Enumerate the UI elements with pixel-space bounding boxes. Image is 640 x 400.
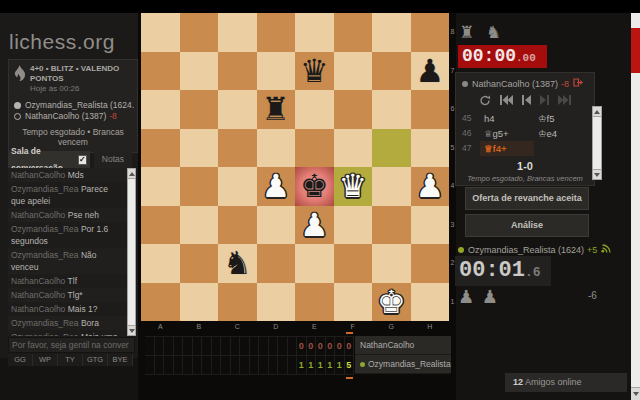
crosstable-empty-cell	[259, 355, 269, 375]
square-c4[interactable]	[218, 167, 257, 206]
black-rating-change: -8	[109, 111, 117, 122]
crosstable-empty-cell	[155, 336, 165, 356]
crosstable-empty-cell	[145, 336, 155, 356]
file-label-B: B	[180, 321, 219, 333]
crosstable-empty-cell	[231, 355, 241, 375]
captured-pieces-by-white: ♟ ♟	[458, 286, 499, 307]
square-e2[interactable]	[295, 244, 334, 283]
quick-chat-bye[interactable]: BYE	[108, 354, 133, 366]
square-g3[interactable]	[372, 206, 411, 245]
square-f1[interactable]	[334, 283, 373, 322]
game-status-note: Tempo esgotado, Brancas vencem	[456, 174, 594, 183]
crosstable-empty-cell	[164, 355, 174, 375]
piece-black-r-d6[interactable]: ♜	[257, 90, 296, 129]
crosstable-empty-cell	[221, 336, 231, 356]
chat-username[interactable]: NathanCaolho	[11, 170, 68, 180]
crosstable-empty-cell	[259, 336, 269, 356]
file-label-E: E	[295, 321, 334, 333]
chat-message-list: NathanCaolho MdsOzymandias_Rea Parece qu…	[8, 168, 127, 336]
last-move-icon[interactable]	[558, 95, 571, 106]
square-d3[interactable]	[257, 206, 296, 245]
crosstable-score-cell[interactable]: 1	[307, 355, 317, 375]
game-info-box: 4+0 • BLITZ • VALENDO PONTOS Hoje às 00:…	[8, 59, 138, 153]
chat-username[interactable]: Ozymandias_Rea	[11, 318, 81, 328]
crosstable-empty-cell	[231, 336, 241, 356]
rematch-accepted-button[interactable]: Oferta de revanche aceita	[465, 187, 589, 210]
move-row: 47♕f4+	[456, 141, 594, 156]
square-f6[interactable]	[334, 90, 373, 129]
square-e8[interactable]	[295, 13, 334, 52]
player-left-game-icon	[573, 78, 583, 89]
file-label-H: H	[411, 321, 450, 333]
page-scrollbar[interactable]	[631, 13, 640, 400]
crosstable-score-cell[interactable]: 1	[326, 355, 336, 375]
crosstable-empty-cell	[269, 336, 279, 356]
crosstable-empty-cell	[164, 336, 174, 356]
crosstable-empty-cell	[240, 336, 250, 356]
game-result: 1-0	[456, 160, 594, 172]
crosstable-empty-cell	[193, 355, 203, 375]
white-clock: 00:01.6	[455, 256, 551, 286]
crosstable-empty-cell	[240, 355, 250, 375]
square-g2[interactable]	[372, 244, 411, 283]
square-b3[interactable]	[180, 206, 219, 245]
square-a3[interactable]	[141, 206, 180, 245]
square-d2[interactable]	[257, 244, 296, 283]
white-player-disc-icon	[14, 102, 21, 109]
square-e1[interactable]	[295, 283, 334, 322]
chat-text: Mds	[68, 170, 84, 180]
square-e5[interactable]	[295, 129, 334, 168]
tab-notes[interactable]: Notas	[94, 151, 132, 168]
chat-message: Ozymandias_Rea Bora	[8, 316, 127, 330]
crosstable-empty-cell	[250, 355, 260, 375]
move-number: 46	[456, 126, 480, 141]
chat-text: Tlg*	[68, 290, 83, 300]
move-black[interactable]: ♔e4	[534, 126, 588, 141]
square-b4[interactable]	[180, 167, 219, 206]
crosstable-empty-cell	[202, 336, 212, 356]
square-f8[interactable]	[334, 13, 373, 52]
top-black-strip	[0, 0, 640, 13]
game-panel: NathanCaolho (1387) -8 45h4♔f546♕g5+♔e44…	[455, 72, 595, 186]
crosstable: 000000111115	[145, 336, 354, 374]
piece-white-q-f4[interactable]: ♛	[334, 167, 373, 206]
file-labels: ABCDEFGH	[141, 321, 449, 333]
chat-message: Ozymandias_Rea Mais uma Última	[8, 330, 127, 336]
square-h3[interactable]	[411, 206, 450, 245]
square-c8[interactable]	[218, 13, 257, 52]
crosstable-empty-cell	[269, 355, 279, 375]
chat-username[interactable]: NathanCaolho	[11, 276, 68, 286]
square-d5[interactable]	[257, 129, 296, 168]
rank-label-1: 1	[449, 283, 456, 322]
lichess-logo[interactable]: lichess.org	[9, 30, 115, 54]
file-label-G: G	[372, 321, 411, 333]
square-f2[interactable]	[334, 244, 373, 283]
square-h6[interactable]	[411, 90, 450, 129]
moves-scroll-up-button[interactable]	[593, 107, 601, 117]
tab-chat-room[interactable]: Sala de conversação ✓	[8, 151, 90, 168]
chat-message: Ozymandias_Rea Não venceu	[8, 248, 127, 274]
board: ♛♟♜♞♚♟♛♟♟♚	[141, 13, 449, 321]
chat-message: Ozymandias_Rea Parece que apelei	[8, 182, 127, 208]
file-label-A: A	[141, 321, 180, 333]
crosstable-empty-cell	[212, 336, 222, 356]
crosstable-empty-cell	[183, 336, 193, 356]
crosstable-current-game-marker	[346, 377, 353, 379]
chat-username[interactable]: Ozymandias_Rea	[11, 184, 81, 194]
crosstable-score-cell[interactable]: 0	[297, 336, 307, 356]
square-g8[interactable]	[372, 13, 411, 52]
square-h1[interactable]	[411, 283, 450, 322]
crosstable-empty-cell	[193, 336, 203, 356]
square-b6[interactable]	[180, 90, 219, 129]
chat-username[interactable]: Ozymandias_Rea	[11, 224, 81, 234]
chat-username[interactable]: Ozymandias_Rea	[11, 250, 81, 260]
piece-black-q-e7[interactable]: ♛	[295, 52, 334, 91]
square-a5[interactable]	[141, 129, 180, 168]
square-c3[interactable]	[218, 206, 257, 245]
chat-scrollbar[interactable]	[127, 168, 136, 336]
crosstable-score-cell[interactable]: 1	[335, 355, 345, 375]
chat-scroll-down-button[interactable]	[128, 325, 135, 335]
square-e6[interactable]	[295, 90, 334, 129]
crosstable-row: 111115	[145, 355, 354, 374]
crosstable-row: 000000	[145, 336, 354, 355]
previous-move-icon[interactable]	[522, 95, 531, 106]
move-row: 45h4♔f5	[456, 111, 594, 126]
square-a8[interactable]	[141, 13, 180, 52]
square-b7[interactable]	[180, 52, 219, 91]
crosstable-player-name[interactable]: Ozymandias_Realista	[355, 355, 451, 374]
square-b2[interactable]	[180, 244, 219, 283]
square-h2[interactable]	[411, 244, 450, 283]
black-player-name[interactable]: NathanCaolho (1387)	[25, 111, 106, 122]
chat-message: NathanCaolho Mais 1?	[8, 302, 127, 316]
square-f5[interactable]	[334, 129, 373, 168]
move-number: 45	[456, 111, 480, 126]
crosstable-score-cell[interactable]: 0	[335, 336, 345, 356]
crosstable-score-cell[interactable]: 0	[307, 336, 317, 356]
crosstable-player-name[interactable]: NathanCaolho	[355, 336, 451, 355]
white-player-name[interactable]: Ozymandias_Realista (1624…	[25, 100, 134, 111]
square-f3[interactable]	[334, 206, 373, 245]
square-b5[interactable]	[180, 129, 219, 168]
crosstable-score-cell[interactable]: 1	[297, 355, 307, 375]
chat-message: Ozymandias_Rea Por 1.6 segundos	[8, 222, 127, 248]
crosstable-empty-cell	[288, 336, 298, 356]
scrollbar-red-marker	[631, 28, 640, 73]
piece-black-p-h7[interactable]: ♟	[411, 52, 450, 91]
crosstable-empty-cell	[212, 355, 222, 375]
chat-message: NathanCaolho Tlf	[8, 274, 127, 288]
chat-text: Tlf	[68, 276, 77, 286]
quick-chat-wp[interactable]: WP	[33, 354, 58, 366]
crosstable-score-cell[interactable]: 0	[326, 336, 336, 356]
crosstable-empty-cell	[250, 336, 260, 356]
chat-username[interactable]: Ozymandias_Rea	[11, 332, 81, 336]
material-difference: -6	[588, 290, 597, 301]
crosstable-score-cell[interactable]: 0	[345, 336, 355, 356]
black-clock: 00:00.00	[458, 45, 547, 68]
square-f7[interactable]	[334, 52, 373, 91]
square-d1[interactable]	[257, 283, 296, 322]
crosstable-empty-cell	[174, 336, 184, 356]
crosstable-score-cell[interactable]: 5	[345, 355, 355, 375]
chat-username[interactable]: NathanCaolho	[11, 210, 68, 220]
crosstable-empty-cell	[145, 355, 155, 375]
square-a6[interactable]	[141, 90, 180, 129]
black-player-disc-icon	[14, 113, 21, 120]
move-number: 47	[456, 141, 480, 156]
crosstable-empty-cell	[155, 355, 165, 375]
move-black[interactable]: ♔f5	[534, 111, 588, 126]
crosstable-empty-cell	[202, 355, 212, 375]
square-a2[interactable]	[141, 244, 180, 283]
first-move-icon[interactable]	[500, 95, 513, 106]
crosstable-score-cell[interactable]: 1	[316, 355, 326, 375]
move-row: 46♕g5+♔e4	[456, 126, 594, 141]
square-a1[interactable]	[141, 283, 180, 322]
square-d7[interactable]	[257, 52, 296, 91]
replay-controls	[456, 95, 594, 106]
quick-chat-gg[interactable]: GG	[8, 354, 33, 366]
crosstable-empty-cell	[174, 355, 184, 375]
crosstable-current-game-marker	[346, 332, 353, 334]
rematch-cycle-icon[interactable]	[479, 95, 491, 106]
square-a4[interactable]	[141, 167, 180, 206]
square-c7[interactable]	[218, 52, 257, 91]
chat-message: NathanCaolho Mds	[8, 168, 127, 182]
square-c1[interactable]	[218, 283, 257, 322]
online-status-dot	[458, 247, 464, 253]
square-a7[interactable]	[141, 52, 180, 91]
piece-black-k-e4[interactable]: ♚	[295, 167, 334, 206]
crosstable-score-cell[interactable]: 0	[316, 336, 326, 356]
panel-black-rating-change: -8	[561, 79, 569, 89]
move-white[interactable]: ♕f4+	[480, 141, 534, 156]
quick-chat-ty[interactable]: TY	[58, 354, 83, 366]
square-b1[interactable]	[180, 283, 219, 322]
chat-text: Mais 1?	[68, 304, 98, 314]
move-white[interactable]: ♕g5+	[480, 126, 534, 141]
square-b8[interactable]	[180, 13, 219, 52]
moves-scroll-down-button[interactable]	[593, 169, 601, 179]
crosstable-empty-cell	[183, 355, 193, 375]
piece-white-p-d4[interactable]: ♟	[257, 167, 296, 206]
square-d8[interactable]	[257, 13, 296, 52]
next-move-icon[interactable]	[540, 95, 549, 106]
chat-tab-bar: Sala de conversação ✓ Notas	[8, 151, 132, 168]
square-g6[interactable]	[372, 90, 411, 129]
crosstable-empty-cell	[288, 355, 298, 375]
square-h8[interactable]	[411, 13, 450, 52]
panel-white-player-name[interactable]: Ozymandias_Realista (1624)	[468, 245, 584, 255]
chat-message: NathanCaolho Pse neh	[8, 208, 127, 222]
move-list: 45h4♔f546♕g5+♔e447♕f4+	[456, 111, 594, 156]
connection-signal-icon	[601, 244, 611, 255]
quick-chat-gtg[interactable]: GTG	[83, 354, 108, 366]
player-status-dot	[462, 81, 468, 87]
square-g5[interactable]	[372, 129, 411, 168]
analysis-button[interactable]: Análise	[465, 214, 589, 237]
game-type-label: 4+0 • BLITZ • VALENDO PONTOS	[30, 64, 134, 84]
captured-pieces-by-black: ♜ ♞	[459, 22, 504, 42]
piece-white-k-g1[interactable]: ♚	[372, 283, 411, 322]
left-sidebar: lichess.org 4+0 • BLITZ • VALENDO PONTOS…	[0, 13, 138, 358]
square-c5[interactable]	[218, 129, 257, 168]
crosstable-empty-cell	[278, 355, 288, 375]
chat-toggle-checkbox[interactable]: ✓	[78, 155, 87, 165]
square-g4[interactable]	[372, 167, 411, 206]
square-h5[interactable]	[411, 129, 450, 168]
file-label-C: C	[218, 321, 257, 333]
square-c6[interactable]	[218, 90, 257, 129]
chat-input[interactable]	[8, 337, 135, 353]
crosstable-names: NathanCaolhoOzymandias_Realista	[355, 336, 451, 374]
file-label-D: D	[257, 321, 296, 333]
chat-username[interactable]: NathanCaolho	[11, 304, 68, 314]
piece-white-p-e3[interactable]: ♟	[295, 206, 334, 245]
square-g7[interactable]	[372, 52, 411, 91]
chat-scroll-up-button[interactable]	[128, 169, 135, 179]
move-white[interactable]: h4	[480, 111, 534, 126]
friends-online-bar[interactable]: 12 Amigos online	[505, 373, 627, 392]
rank-label-3: 3	[449, 206, 456, 245]
panel-white-rating-change: +5	[587, 245, 597, 255]
rank-label-8: 8	[449, 13, 456, 52]
move-black[interactable]	[534, 141, 588, 156]
piece-black-n-c2[interactable]: ♞	[218, 244, 257, 283]
chat-message: NathanCaolho Tlg*	[8, 288, 127, 302]
page-scroll-down-button[interactable]	[631, 387, 640, 400]
chat-username[interactable]: NathanCaolho	[11, 290, 68, 300]
chat-text: Pse neh	[68, 210, 99, 220]
blitz-flame-icon	[13, 65, 26, 94]
piece-white-p-h4[interactable]: ♟	[411, 167, 450, 206]
chat-text: Bora	[81, 318, 99, 328]
file-label-F: F	[334, 321, 373, 333]
game-date-label: Hoje às 00:26	[30, 84, 134, 94]
crosstable-empty-cell	[278, 336, 288, 356]
crosstable-empty-cell	[221, 355, 231, 375]
panel-black-player-name[interactable]: NathanCaolho (1387)	[472, 79, 558, 89]
crosstable-online-dot	[360, 362, 365, 367]
panel-white-player-row: Ozymandias_Realista (1624) +5	[458, 244, 633, 255]
move-list-scrollbar[interactable]	[592, 106, 602, 180]
quick-chat-buttons: GGWPTYGTGBYE	[8, 354, 133, 366]
